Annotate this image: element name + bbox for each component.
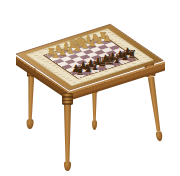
piece-white-pawn: ♟ — [51, 51, 59, 60]
piece-white-pawn: ♟ — [88, 39, 96, 48]
leg-shaft — [146, 76, 164, 132]
leg-shaft — [91, 93, 98, 120]
piece-white-pawn: ♟ — [66, 46, 74, 55]
chess-table-photo: ♜♞♝♛♚♝♞♜♟♟♟♟♟♟♟♟♟♟♟♟♟♟♟♟♜♞♝♛♚♝♞♜ — [0, 0, 180, 176]
leg-shaft — [26, 77, 36, 119]
piece-white-pawn: ♟ — [95, 37, 103, 46]
leg-ring-turnings — [62, 93, 73, 105]
piece-white-pawn: ♟ — [58, 48, 66, 57]
table-top-frame: ♜♞♝♛♚♝♞♜♟♟♟♟♟♟♟♟♟♟♟♟♟♟♟♟♜♞♝♛♚♝♞♜ — [16, 24, 164, 91]
piece-white-pawn: ♟ — [73, 44, 81, 53]
leg-foot — [155, 131, 163, 142]
piece-black-rook: ♜ — [126, 49, 136, 60]
leg-foot — [27, 119, 33, 129]
leg-foot — [92, 120, 97, 130]
piece-white-pawn: ♟ — [103, 34, 111, 43]
square-h8[interactable]: ♜ — [125, 57, 137, 62]
piece-white-pawn: ♟ — [80, 41, 88, 50]
leg-foot — [64, 161, 71, 171]
leg-shaft — [62, 105, 73, 161]
table-leg-near — [62, 93, 73, 171]
